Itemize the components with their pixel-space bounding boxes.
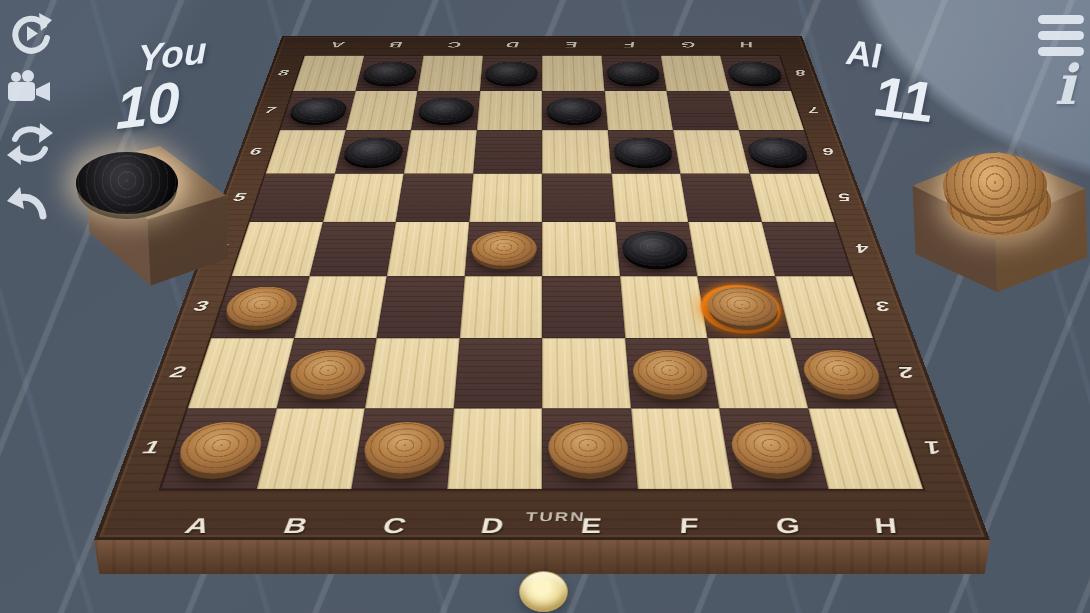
captured-tray-light <box>903 143 1090 295</box>
square-A5[interactable] <box>249 173 334 221</box>
black-piece-C7[interactable] <box>417 98 475 123</box>
file-label-top-F: F <box>599 40 659 50</box>
square-C4[interactable] <box>387 222 469 276</box>
square-C2[interactable] <box>365 338 459 408</box>
square-F1[interactable] <box>631 408 733 489</box>
file-label-top-H: H <box>717 40 776 50</box>
square-G6[interactable] <box>673 130 749 173</box>
file-label-bottom-F: F <box>639 514 739 539</box>
square-F7[interactable] <box>604 91 673 130</box>
square-A7[interactable] <box>280 91 355 130</box>
square-B4[interactable] <box>309 222 396 276</box>
light-piece-A1[interactable] <box>173 422 267 474</box>
board-front-edge <box>94 540 990 574</box>
square-E3[interactable] <box>542 276 625 338</box>
captured-tray-black <box>50 140 262 290</box>
black-piece-B6[interactable] <box>341 138 405 166</box>
square-D3[interactable] <box>459 276 542 338</box>
rotate-view-icon[interactable] <box>6 118 54 170</box>
square-G7[interactable] <box>667 91 739 130</box>
black-piece-F4[interactable] <box>621 231 690 266</box>
square-D8[interactable] <box>480 56 542 91</box>
square-H7[interactable] <box>729 91 804 130</box>
square-F5[interactable] <box>611 173 688 221</box>
file-label-top-C: C <box>423 40 486 50</box>
square-C1[interactable] <box>351 408 453 489</box>
file-label-top-G: G <box>658 40 717 50</box>
square-F8[interactable] <box>601 56 666 91</box>
square-H5[interactable] <box>749 173 834 221</box>
square-D4[interactable] <box>464 222 542 276</box>
square-D7[interactable] <box>476 91 542 130</box>
black-piece-D8[interactable] <box>485 62 538 85</box>
file-label-top-B: B <box>364 40 427 50</box>
square-C8[interactable] <box>417 56 482 91</box>
square-F6[interactable] <box>608 130 681 173</box>
square-E4[interactable] <box>542 222 620 276</box>
square-B6[interactable] <box>335 130 411 173</box>
light-piece-H2[interactable] <box>799 350 886 395</box>
black-piece-H6[interactable] <box>745 138 811 166</box>
square-H6[interactable] <box>739 130 819 173</box>
square-G4[interactable] <box>688 222 775 276</box>
light-piece-B2[interactable] <box>286 350 369 395</box>
player-score-value: 10 <box>116 68 179 142</box>
square-B2[interactable] <box>276 338 376 408</box>
file-label-bottom-A: A <box>142 514 252 539</box>
black-piece-F6[interactable] <box>613 138 674 166</box>
square-G8[interactable] <box>661 56 729 91</box>
file-label-top-E: E <box>540 40 601 50</box>
file-label-bottom-C: C <box>341 514 447 539</box>
square-C7[interactable] <box>411 91 480 130</box>
black-piece-F8[interactable] <box>606 62 661 85</box>
light-piece-E1[interactable] <box>548 422 629 474</box>
square-B8[interactable] <box>355 56 423 91</box>
square-F2[interactable] <box>625 338 719 408</box>
square-B3[interactable] <box>294 276 387 338</box>
square-E1[interactable] <box>542 408 637 489</box>
black-piece-H8[interactable] <box>726 62 785 85</box>
square-D6[interactable] <box>473 130 542 173</box>
square-F4[interactable] <box>615 222 697 276</box>
file-label-bottom-B: B <box>242 514 350 539</box>
square-H2[interactable] <box>790 338 896 408</box>
square-D5[interactable] <box>469 173 542 221</box>
square-G5[interactable] <box>680 173 761 221</box>
info-icon[interactable]: i <box>1044 52 1086 118</box>
black-piece-B8[interactable] <box>361 62 418 85</box>
light-piece-D4[interactable] <box>471 231 537 266</box>
square-D1[interactable] <box>447 408 542 489</box>
file-label-bottom-G: G <box>738 514 837 539</box>
square-H4[interactable] <box>761 222 852 276</box>
rank-label-right-8: 8 <box>785 56 817 91</box>
file-label-bottom-H: H <box>836 514 937 539</box>
square-C3[interactable] <box>376 276 464 338</box>
square-A8[interactable] <box>293 56 364 91</box>
square-A6[interactable] <box>266 130 346 173</box>
light-piece-G1[interactable] <box>728 422 818 474</box>
square-B5[interactable] <box>323 173 404 221</box>
captured-light-piece <box>943 153 1047 217</box>
square-F3[interactable] <box>620 276 708 338</box>
black-piece-A7[interactable] <box>287 98 349 123</box>
square-H8[interactable] <box>720 56 791 91</box>
turn-label: TURN <box>525 510 586 525</box>
square-H1[interactable] <box>808 408 923 489</box>
square-E7[interactable] <box>542 91 608 130</box>
board-grid <box>161 56 923 490</box>
black-piece-E7[interactable] <box>546 98 602 123</box>
restart-icon[interactable] <box>8 10 54 58</box>
file-label-top-A: A <box>305 40 369 50</box>
square-E2[interactable] <box>542 338 631 408</box>
square-D2[interactable] <box>453 338 542 408</box>
square-C6[interactable] <box>404 130 477 173</box>
square-E5[interactable] <box>542 173 615 221</box>
square-B7[interactable] <box>345 91 417 130</box>
captured-black-piece <box>76 152 178 214</box>
square-E8[interactable] <box>542 56 604 91</box>
undo-icon[interactable] <box>5 184 47 220</box>
ai-score-value: 11 <box>874 62 933 135</box>
light-piece-C1[interactable] <box>361 422 446 474</box>
file-label-top-D: D <box>482 40 544 50</box>
square-H3[interactable] <box>775 276 873 338</box>
video-camera-icon[interactable] <box>6 68 52 108</box>
game-stage: TURN AABBCCDDEEFFGGHH1122334455667788 Yo… <box>0 0 1090 613</box>
light-piece-F2[interactable] <box>632 350 711 395</box>
square-E6[interactable] <box>542 130 611 173</box>
square-C5[interactable] <box>396 173 473 221</box>
turn-indicator-disc <box>519 571 568 612</box>
square-B1[interactable] <box>256 408 365 489</box>
light-piece-A3[interactable] <box>221 287 301 326</box>
